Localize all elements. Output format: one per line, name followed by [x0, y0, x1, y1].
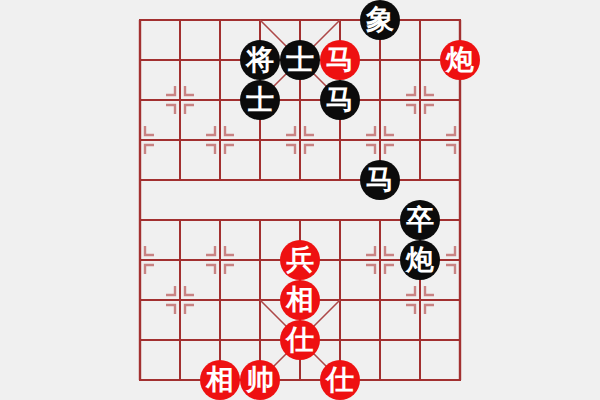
- piece-red-elephant[interactable]: 相: [280, 280, 320, 320]
- piece-red-general[interactable]: 帅: [240, 360, 280, 400]
- piece-black-horse[interactable]: 马: [360, 160, 400, 200]
- pieces-layer: 将士士象马马卒炮马炮兵相仕相帅仕: [120, 0, 480, 400]
- piece-red-soldier[interactable]: 兵: [280, 240, 320, 280]
- piece-black-horse[interactable]: 马: [320, 80, 360, 120]
- piece-black-advisor[interactable]: 士: [280, 40, 320, 80]
- piece-red-advisor[interactable]: 仕: [320, 360, 360, 400]
- xiangqi-board-area: 将士士象马马卒炮马炮兵相仕相帅仕: [0, 0, 600, 400]
- piece-red-cannon[interactable]: 炮: [440, 40, 480, 80]
- piece-red-horse[interactable]: 马: [320, 40, 360, 80]
- piece-black-general[interactable]: 将: [240, 40, 280, 80]
- piece-black-soldier[interactable]: 卒: [400, 200, 440, 240]
- piece-red-advisor[interactable]: 仕: [280, 320, 320, 360]
- piece-black-cannon[interactable]: 炮: [400, 240, 440, 280]
- piece-black-advisor[interactable]: 士: [240, 80, 280, 120]
- piece-red-elephant[interactable]: 相: [200, 360, 240, 400]
- piece-black-elephant[interactable]: 象: [360, 0, 400, 40]
